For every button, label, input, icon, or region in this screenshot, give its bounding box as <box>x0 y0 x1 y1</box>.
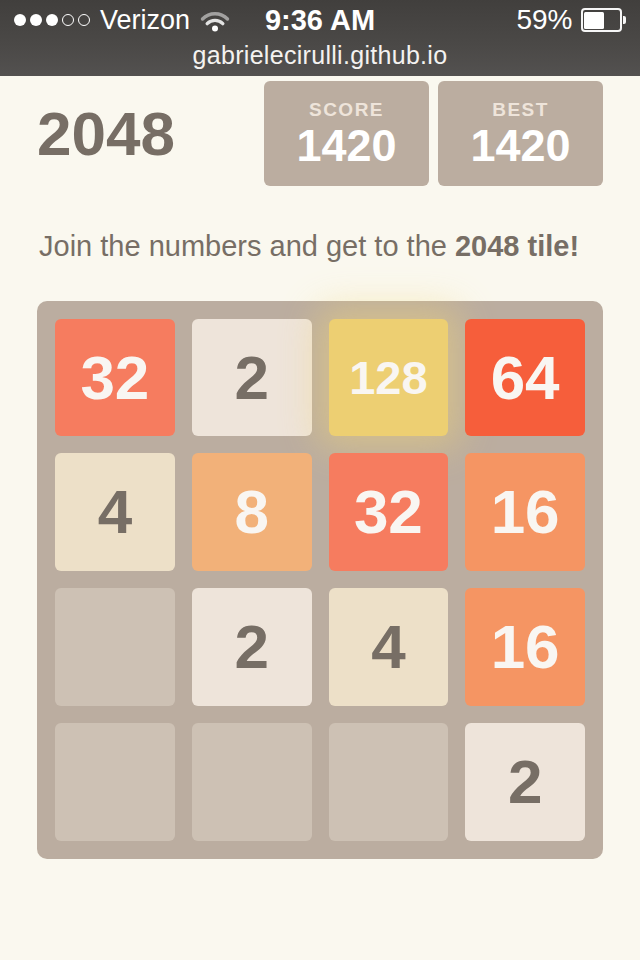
score-value: 1420 <box>264 123 429 168</box>
tile-32: 32 <box>55 319 175 437</box>
battery-nub <box>623 16 626 24</box>
score-label: SCORE <box>264 99 429 121</box>
status-bar: Verizon 9:36 AM 59% <box>0 0 640 40</box>
empty-cell <box>192 723 312 841</box>
battery-fill <box>584 12 604 29</box>
tile-4: 4 <box>329 588 449 706</box>
empty-cell <box>55 588 175 706</box>
empty-cell <box>55 723 175 841</box>
signal-dot-empty <box>62 14 74 26</box>
intro-text: Join the numbers and get to the 2048 til… <box>39 220 603 274</box>
tile-8: 8 <box>192 453 312 571</box>
game-board[interactable]: 3221286448321624162 <box>37 301 603 859</box>
score-box: SCORE 1420 <box>264 81 429 186</box>
game-title: 2048 <box>37 103 175 165</box>
tile-2: 2 <box>192 588 312 706</box>
scores-container: SCORE 1420 BEST 1420 <box>264 81 603 186</box>
intro-bold: 2048 tile! <box>455 230 579 262</box>
tile-4: 4 <box>55 453 175 571</box>
url-text: gabrielecirulli.github.io <box>193 40 448 70</box>
signal-dot-filled <box>46 14 58 26</box>
tile-16: 16 <box>465 588 585 706</box>
page-content: 2048 SCORE 1420 BEST 1420 Join the numbe… <box>37 0 603 859</box>
tile-32: 32 <box>329 453 449 571</box>
empty-cell <box>329 723 449 841</box>
game-header: 2048 SCORE 1420 BEST 1420 <box>37 81 603 186</box>
tile-128: 128 <box>329 319 449 437</box>
battery-icon <box>581 8 627 32</box>
status-right-cluster: 59% <box>516 4 626 36</box>
best-label: BEST <box>438 99 603 121</box>
status-left-cluster: Verizon <box>14 5 230 36</box>
signal-dot-empty <box>78 14 90 26</box>
safari-top-bar: Verizon 9:36 AM 59% gabrielecirulli.gith… <box>0 0 640 76</box>
signal-dot-filled <box>30 14 42 26</box>
best-value: 1420 <box>438 123 603 168</box>
cell-signal-dots <box>14 14 90 26</box>
battery-body <box>581 8 622 32</box>
tile-2: 2 <box>465 723 585 841</box>
battery-percent-label: 59% <box>516 4 572 36</box>
tile-2: 2 <box>192 319 312 437</box>
wifi-icon <box>200 10 230 32</box>
signal-dot-filled <box>14 14 26 26</box>
tile-64: 64 <box>465 319 585 437</box>
best-box: BEST 1420 <box>438 81 603 186</box>
intro-normal: Join the numbers and get to the <box>39 230 455 262</box>
iphone-screen: Verizon 9:36 AM 59% gabrielecirulli.gith… <box>0 0 640 960</box>
carrier-label: Verizon <box>100 5 190 36</box>
tile-16: 16 <box>465 453 585 571</box>
address-bar[interactable]: gabrielecirulli.github.io <box>0 40 640 76</box>
